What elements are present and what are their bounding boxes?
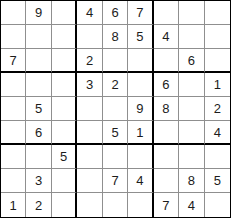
cell-r3c8-given: 6 (179, 49, 204, 73)
cell-r2c9-empty[interactable] (205, 25, 230, 49)
cell-r8c9-given: 5 (205, 169, 230, 193)
cell-r1c6-given: 7 (128, 1, 153, 25)
cell-r4c4-given: 3 (77, 73, 102, 97)
cell-r6c1-empty[interactable] (1, 121, 26, 145)
cell-r2c2-empty[interactable] (26, 25, 51, 49)
cell-r9c7-given: 7 (154, 193, 179, 217)
cell-r8c8-given: 8 (179, 169, 204, 193)
cell-r5c7-given: 8 (154, 97, 179, 121)
cell-r2c8-empty[interactable] (179, 25, 204, 49)
cell-r5c1-empty[interactable] (1, 97, 26, 121)
cell-r4c9-given: 1 (205, 73, 230, 97)
cell-r3c4-given: 2 (77, 49, 102, 73)
cell-r5c8-empty[interactable] (179, 97, 204, 121)
cell-r5c6-given: 9 (128, 97, 153, 121)
cell-r7c6-empty[interactable] (128, 145, 153, 169)
cell-r3c9-empty[interactable] (205, 49, 230, 73)
cell-r5c2-given: 5 (26, 97, 51, 121)
cell-r1c1-empty[interactable] (1, 1, 26, 25)
cell-r9c3-empty[interactable] (52, 193, 77, 217)
cell-r8c1-empty[interactable] (1, 169, 26, 193)
cell-r8c3-empty[interactable] (52, 169, 77, 193)
cell-r1c7-empty[interactable] (154, 1, 179, 25)
cell-r9c5-empty[interactable] (103, 193, 128, 217)
cell-r2c5-given: 8 (103, 25, 128, 49)
cell-r7c4-empty[interactable] (77, 145, 102, 169)
cell-r4c5-given: 2 (103, 73, 128, 97)
cell-r4c3-empty[interactable] (52, 73, 77, 97)
cell-r6c7-empty[interactable] (154, 121, 179, 145)
cell-r6c8-empty[interactable] (179, 121, 204, 145)
cell-r5c4-empty[interactable] (77, 97, 102, 121)
cell-r3c3-empty[interactable] (52, 49, 77, 73)
cell-r5c9-given: 2 (205, 97, 230, 121)
cell-r3c1-given: 7 (1, 49, 26, 73)
cell-r6c9-given: 4 (205, 121, 230, 145)
cell-r1c9-empty[interactable] (205, 1, 230, 25)
cell-r2c6-given: 5 (128, 25, 153, 49)
cell-r4c1-empty[interactable] (1, 73, 26, 97)
sudoku-page: 94678547263261598265145374851274 (0, 0, 231, 218)
cell-r7c3-given: 5 (52, 145, 77, 169)
cell-r9c2-given: 2 (26, 193, 51, 217)
cell-r2c3-empty[interactable] (52, 25, 77, 49)
cell-r1c2-given: 9 (26, 1, 51, 25)
cell-r1c4-given: 4 (77, 1, 102, 25)
cell-r7c9-empty[interactable] (205, 145, 230, 169)
cell-r8c7-empty[interactable] (154, 169, 179, 193)
cell-r6c4-empty[interactable] (77, 121, 102, 145)
cell-r4c6-empty[interactable] (128, 73, 153, 97)
cell-r9c9-empty[interactable] (205, 193, 230, 217)
cell-r4c2-empty[interactable] (26, 73, 51, 97)
cell-r2c4-empty[interactable] (77, 25, 102, 49)
cell-r7c7-empty[interactable] (154, 145, 179, 169)
cell-r7c5-empty[interactable] (103, 145, 128, 169)
cell-r8c4-empty[interactable] (77, 169, 102, 193)
cell-r9c1-given: 1 (1, 193, 26, 217)
cell-r1c3-empty[interactable] (52, 1, 77, 25)
cell-r5c3-empty[interactable] (52, 97, 77, 121)
cell-r9c4-empty[interactable] (77, 193, 102, 217)
cell-r2c7-given: 4 (154, 25, 179, 49)
cell-r3c7-empty[interactable] (154, 49, 179, 73)
cell-r6c3-empty[interactable] (52, 121, 77, 145)
cell-r9c8-given: 4 (179, 193, 204, 217)
cell-r7c1-empty[interactable] (1, 145, 26, 169)
cell-r8c6-given: 4 (128, 169, 153, 193)
cell-r1c5-given: 6 (103, 1, 128, 25)
cell-r6c5-given: 5 (103, 121, 128, 145)
cell-r5c5-empty[interactable] (103, 97, 128, 121)
cell-r4c8-empty[interactable] (179, 73, 204, 97)
cell-r6c6-given: 1 (128, 121, 153, 145)
cell-r4c7-given: 6 (154, 73, 179, 97)
cell-r8c2-given: 3 (26, 169, 51, 193)
sudoku-board: 94678547263261598265145374851274 (0, 0, 231, 218)
cell-r3c5-empty[interactable] (103, 49, 128, 73)
cell-r8c5-given: 7 (103, 169, 128, 193)
cell-r3c2-empty[interactable] (26, 49, 51, 73)
cell-r2c1-empty[interactable] (1, 25, 26, 49)
cell-r3c6-empty[interactable] (128, 49, 153, 73)
cell-r6c2-given: 6 (26, 121, 51, 145)
cell-r7c2-empty[interactable] (26, 145, 51, 169)
cell-r1c8-empty[interactable] (179, 1, 204, 25)
cell-r9c6-empty[interactable] (128, 193, 153, 217)
cell-r7c8-empty[interactable] (179, 145, 204, 169)
